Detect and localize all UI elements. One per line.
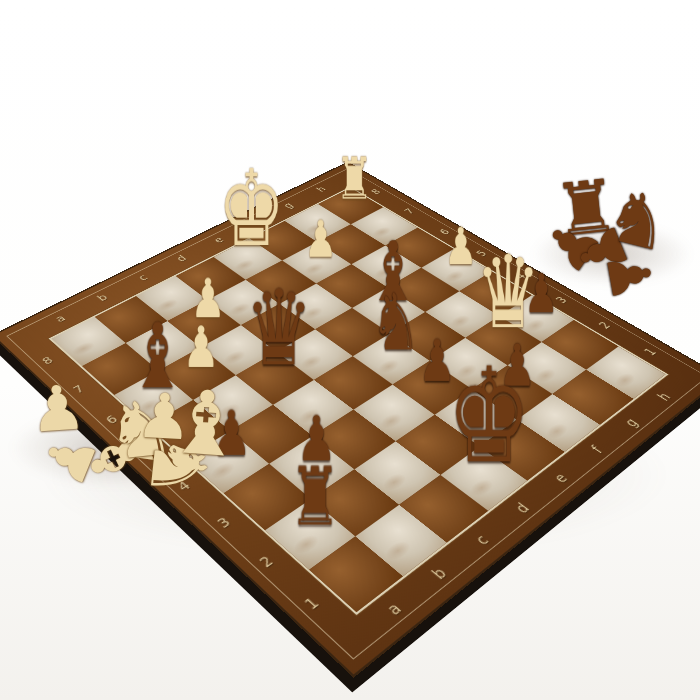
captured-white-bishop-standing[interactable]: ♝ bbox=[163, 377, 248, 470]
captured-black-pawn-fallen[interactable]: ♟ bbox=[597, 246, 661, 305]
piece-black-king-d1[interactable]: ♚ bbox=[433, 351, 547, 482]
piece-white-queen-g3[interactable]: ♛ bbox=[459, 242, 558, 343]
piece-black-rook-a2[interactable]: ♜ bbox=[256, 457, 375, 538]
piece-black-queen-c5[interactable]: ♛ bbox=[228, 276, 331, 381]
piece-white-rook-h8[interactable]: ♜ bbox=[312, 150, 398, 208]
scene: abcdefgh abcdefgh 87654321 87654321 ♚♜♟♟… bbox=[0, 0, 700, 700]
